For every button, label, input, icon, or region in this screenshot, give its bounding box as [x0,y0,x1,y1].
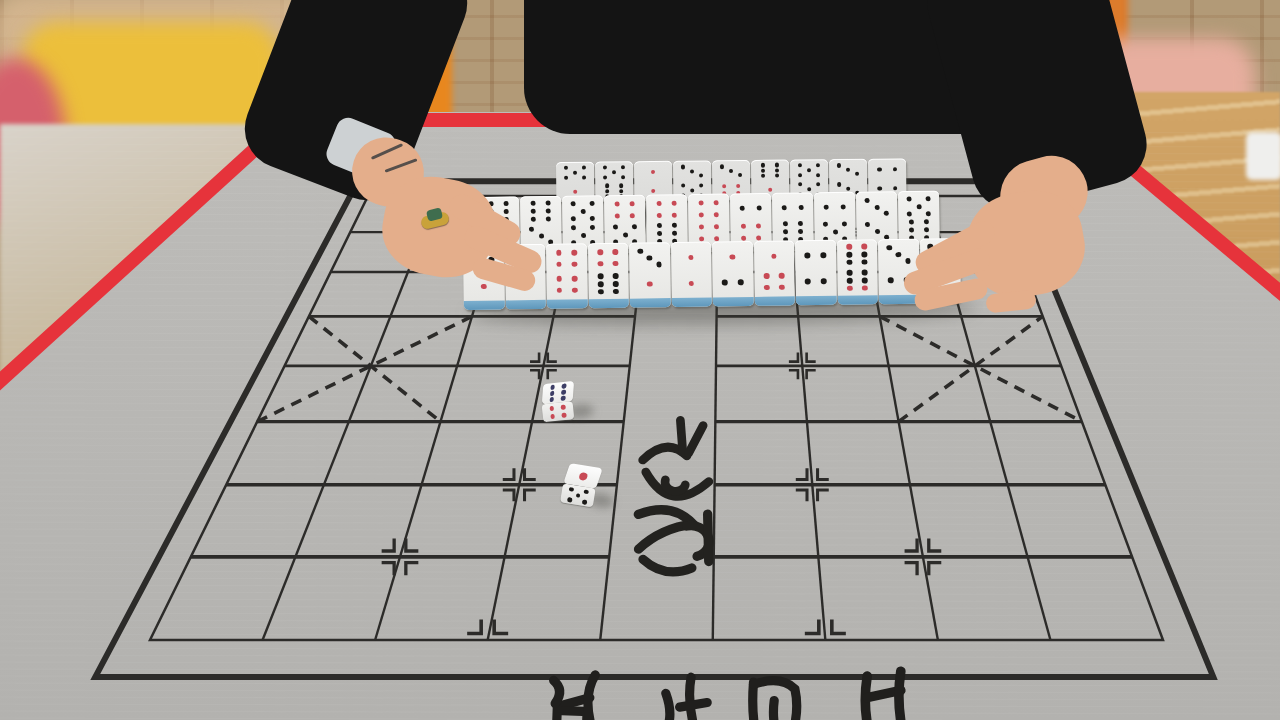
right-thumb [985,289,1037,313]
photo-scene [0,0,1280,720]
hands [0,0,1280,720]
